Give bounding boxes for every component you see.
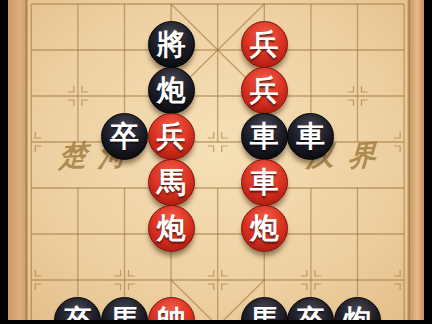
piece-red-chariot[interactable]: 車: [241, 159, 288, 206]
piece-black-chariot[interactable]: 車: [287, 113, 334, 160]
piece-black-soldier[interactable]: 卒: [101, 113, 148, 160]
piece-glyph: 炮: [157, 76, 186, 105]
piece-glyph: 卒: [110, 122, 139, 151]
letterbox-bottom: [0, 320, 432, 324]
piece-glyph: 兵: [250, 76, 279, 105]
piece-black-general[interactable]: 將: [148, 21, 195, 68]
piece-glyph: 炮: [250, 214, 279, 243]
piece-red-soldier[interactable]: 兵: [241, 21, 288, 68]
piece-red-soldier[interactable]: 兵: [241, 67, 288, 114]
piece-black-cannon[interactable]: 炮: [148, 67, 195, 114]
piece-red-horse[interactable]: 馬: [148, 159, 195, 206]
piece-glyph: 兵: [250, 30, 279, 59]
piece-red-soldier[interactable]: 兵: [148, 113, 195, 160]
piece-red-cannon[interactable]: 炮: [148, 205, 195, 252]
letterbox-left: [0, 0, 8, 324]
letterbox-right: [424, 0, 432, 324]
xiangqi-board: 楚 河 汉 界 將兵炮兵卒兵車車馬車炮炮卒馬帥馬卒炮: [0, 0, 432, 324]
piece-glyph: 車: [296, 122, 325, 151]
piece-glyph: 馬: [157, 168, 186, 197]
piece-layer: 將兵炮兵卒兵車車馬車炮炮卒馬帥馬卒炮: [8, 0, 427, 324]
piece-red-cannon[interactable]: 炮: [241, 205, 288, 252]
piece-glyph: 將: [157, 30, 186, 59]
piece-black-chariot[interactable]: 車: [241, 113, 288, 160]
piece-glyph: 炮: [157, 214, 186, 243]
piece-glyph: 兵: [157, 122, 186, 151]
piece-glyph: 車: [250, 122, 279, 151]
piece-glyph: 車: [250, 168, 279, 197]
